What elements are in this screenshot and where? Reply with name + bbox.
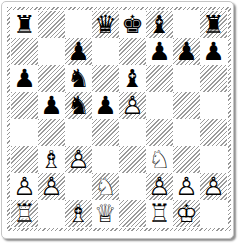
square-b4 (38, 119, 65, 146)
square-a7 (11, 38, 38, 65)
square-d6 (92, 65, 119, 92)
square-e5: ♟♙ (119, 92, 146, 119)
square-b7 (38, 38, 65, 65)
piece-white-knight-fill: ♞ (146, 146, 173, 173)
square-f6 (146, 65, 173, 92)
piece-white-queen: ♕ (92, 200, 119, 227)
piece-white-pawn: ♙ (173, 173, 200, 200)
piece-white-knight: ♘ (146, 146, 173, 173)
piece-black-queen: ♛ (92, 11, 119, 38)
square-e2 (119, 173, 146, 200)
square-c3: ♟♙ (65, 146, 92, 173)
piece-white-bishop: ♗ (38, 146, 65, 173)
piece-white-pawn-fill: ♟ (11, 173, 38, 200)
square-e4 (119, 119, 146, 146)
square-b3: ♝♗ (38, 146, 65, 173)
square-g5 (173, 92, 200, 119)
square-b8 (38, 11, 65, 38)
piece-black-bishop: ♝ (146, 11, 173, 38)
piece-white-pawn: ♙ (200, 173, 227, 200)
square-b5: ♟ (38, 92, 65, 119)
piece-black-pawn: ♟ (146, 38, 173, 65)
square-h5 (200, 92, 227, 119)
square-e7 (119, 38, 146, 65)
chess-diagram-image: ♜♛♚♝♜♟♟♟♟♟♞♝♟♞♟♟♙♝♗♟♙♞♘♟♙♟♙♞♘♟♙♟♙♟♙♜♖♝♗♛… (0, 0, 239, 244)
square-g4 (173, 119, 200, 146)
piece-white-bishop: ♗ (65, 200, 92, 227)
square-a1: ♜♖ (11, 200, 38, 227)
piece-white-pawn: ♙ (119, 92, 146, 119)
piece-white-bishop-fill: ♝ (65, 200, 92, 227)
square-h2: ♟♙ (200, 173, 227, 200)
square-d5: ♟ (92, 92, 119, 119)
piece-white-pawn: ♙ (11, 173, 38, 200)
piece-white-knight-fill: ♞ (92, 173, 119, 200)
piece-white-rook: ♖ (146, 200, 173, 227)
square-b1 (38, 200, 65, 227)
piece-black-rook: ♜ (200, 11, 227, 38)
square-f8: ♝ (146, 11, 173, 38)
piece-black-pawn: ♟ (200, 38, 227, 65)
square-c7: ♟ (65, 38, 92, 65)
piece-white-king: ♔ (173, 200, 200, 227)
piece-black-bishop: ♝ (119, 65, 146, 92)
piece-white-pawn-fill: ♟ (146, 173, 173, 200)
square-d3 (92, 146, 119, 173)
piece-white-rook: ♖ (11, 200, 38, 227)
square-d8: ♛ (92, 11, 119, 38)
square-d2: ♞♘ (92, 173, 119, 200)
piece-white-knight: ♘ (92, 173, 119, 200)
square-f4 (146, 119, 173, 146)
square-a8: ♜ (11, 11, 38, 38)
square-d4 (92, 119, 119, 146)
square-e3 (119, 146, 146, 173)
piece-white-pawn-fill: ♟ (65, 146, 92, 173)
piece-black-knight: ♞ (65, 65, 92, 92)
square-d1: ♛♕ (92, 200, 119, 227)
square-a4 (11, 119, 38, 146)
square-h7: ♟ (200, 38, 227, 65)
square-b2: ♟♙ (38, 173, 65, 200)
square-h6 (200, 65, 227, 92)
piece-white-pawn: ♙ (146, 173, 173, 200)
piece-white-pawn-fill: ♟ (200, 173, 227, 200)
piece-black-pawn: ♟ (38, 92, 65, 119)
square-c8 (65, 11, 92, 38)
piece-white-bishop-fill: ♝ (38, 146, 65, 173)
piece-white-pawn: ♙ (38, 173, 65, 200)
square-c2 (65, 173, 92, 200)
piece-white-pawn-fill: ♟ (173, 173, 200, 200)
square-f7: ♟ (146, 38, 173, 65)
square-h8: ♜ (200, 11, 227, 38)
square-g6 (173, 65, 200, 92)
square-e6: ♝ (119, 65, 146, 92)
piece-white-king-fill: ♚ (173, 200, 200, 227)
square-b6 (38, 65, 65, 92)
piece-black-pawn: ♟ (92, 92, 119, 119)
chess-board: ♜♛♚♝♜♟♟♟♟♟♞♝♟♞♟♟♙♝♗♟♙♞♘♟♙♟♙♞♘♟♙♟♙♟♙♜♖♝♗♛… (10, 10, 228, 228)
square-h1 (200, 200, 227, 227)
square-e8: ♚ (119, 11, 146, 38)
piece-black-king: ♚ (119, 11, 146, 38)
piece-white-rook-fill: ♜ (11, 200, 38, 227)
piece-white-pawn-fill: ♟ (119, 92, 146, 119)
square-g7: ♟ (173, 38, 200, 65)
square-g1: ♚♔ (173, 200, 200, 227)
board-border: ♜♛♚♝♜♟♟♟♟♟♞♝♟♞♟♟♙♝♗♟♙♞♘♟♙♟♙♞♘♟♙♟♙♟♙♜♖♝♗♛… (7, 7, 231, 231)
square-c5: ♞ (65, 92, 92, 119)
piece-white-rook-fill: ♜ (146, 200, 173, 227)
square-f2: ♟♙ (146, 173, 173, 200)
piece-black-pawn: ♟ (65, 38, 92, 65)
square-g8 (173, 11, 200, 38)
piece-black-knight: ♞ (65, 92, 92, 119)
square-c1: ♝♗ (65, 200, 92, 227)
square-e1 (119, 200, 146, 227)
square-f3: ♞♘ (146, 146, 173, 173)
square-a6: ♟ (11, 65, 38, 92)
piece-black-rook: ♜ (11, 11, 38, 38)
piece-white-pawn: ♙ (65, 146, 92, 173)
square-a5 (11, 92, 38, 119)
square-a2: ♟♙ (11, 173, 38, 200)
piece-white-pawn-fill: ♟ (38, 173, 65, 200)
square-f1: ♜♖ (146, 200, 173, 227)
square-g2: ♟♙ (173, 173, 200, 200)
piece-black-pawn: ♟ (11, 65, 38, 92)
square-f5 (146, 92, 173, 119)
piece-black-pawn: ♟ (173, 38, 200, 65)
piece-white-queen-fill: ♛ (92, 200, 119, 227)
square-h4 (200, 119, 227, 146)
square-a3 (11, 146, 38, 173)
square-g3 (173, 146, 200, 173)
square-h3 (200, 146, 227, 173)
square-c4 (65, 119, 92, 146)
square-c6: ♞ (65, 65, 92, 92)
square-d7 (92, 38, 119, 65)
